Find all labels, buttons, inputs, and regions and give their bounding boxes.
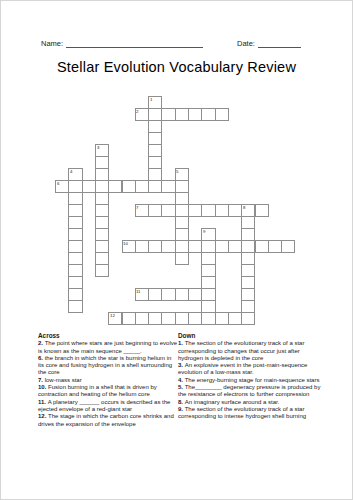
grid-cell[interactable] bbox=[188, 240, 202, 253]
clue-item: 11. A planetary ______ occurs is describ… bbox=[38, 399, 178, 414]
grid-cell[interactable] bbox=[161, 180, 175, 193]
grid-cell[interactable] bbox=[161, 204, 175, 217]
grid-cell[interactable] bbox=[161, 240, 175, 253]
clue-number: 5 bbox=[176, 169, 178, 173]
grid-cell[interactable] bbox=[201, 108, 215, 121]
clue-item: 2. The point where stars are just beginn… bbox=[38, 340, 178, 355]
grid-cell[interactable] bbox=[228, 204, 242, 217]
grid-cell[interactable] bbox=[148, 180, 162, 193]
clue-number: 11 bbox=[136, 289, 140, 293]
grid-cell[interactable] bbox=[148, 312, 162, 325]
date-field-line bbox=[258, 38, 301, 48]
grid-cell[interactable] bbox=[135, 180, 149, 193]
down-heading: Down bbox=[178, 332, 325, 339]
grid-cell[interactable] bbox=[161, 288, 175, 301]
grid-cell[interactable] bbox=[122, 312, 136, 325]
grid-cell[interactable] bbox=[148, 204, 162, 217]
clue-item: 1. The section of the evolutionary track… bbox=[178, 340, 325, 362]
clue-item: 5. The________ degeneracy pressure is pr… bbox=[178, 384, 325, 399]
grid-cell[interactable] bbox=[161, 108, 175, 121]
clue-number: 7 bbox=[136, 205, 138, 209]
page-title: Stellar Evolution Vocabulary Review bbox=[0, 59, 353, 75]
grid-cell[interactable]: 6 bbox=[55, 180, 69, 193]
grid-cell[interactable] bbox=[175, 312, 189, 325]
clue-item: 12. The stage in which the carbon core s… bbox=[38, 413, 178, 428]
grid-cell[interactable] bbox=[161, 312, 175, 325]
clue-number: 2 bbox=[136, 109, 138, 113]
clue-number: 12 bbox=[110, 313, 115, 317]
grid-cell[interactable]: 11 bbox=[135, 288, 149, 301]
name-label: Name: bbox=[41, 39, 63, 48]
across-heading: Across bbox=[38, 332, 178, 339]
grid-cell[interactable] bbox=[268, 240, 282, 253]
date-label: Date: bbox=[237, 39, 255, 48]
grid-cell[interactable] bbox=[188, 312, 202, 325]
grid-cell[interactable] bbox=[148, 288, 162, 301]
grid-cell[interactable] bbox=[82, 180, 96, 193]
down-clue-list: 1. The section of the evolutionary track… bbox=[178, 340, 325, 420]
grid-cell[interactable] bbox=[201, 312, 215, 325]
clue-number: 10 bbox=[123, 241, 128, 245]
grid-cell[interactable] bbox=[281, 240, 295, 253]
grid-cell[interactable] bbox=[188, 288, 202, 301]
grid-cell[interactable] bbox=[175, 288, 189, 301]
grid-cell[interactable] bbox=[228, 240, 242, 253]
clue-number: 8 bbox=[243, 205, 245, 209]
grid-cell[interactable] bbox=[188, 204, 202, 217]
grid-cell[interactable] bbox=[122, 180, 136, 193]
clue-item: 7. low-mass star bbox=[38, 377, 178, 384]
clue-item: 3. An explosive event in the post-main-s… bbox=[178, 362, 325, 377]
crossword-grid: 123456789101112 bbox=[55, 96, 296, 326]
grid-cell[interactable] bbox=[135, 240, 149, 253]
down-clues-section: Down 1. The section of the evolutionary … bbox=[178, 332, 325, 421]
grid-cell[interactable] bbox=[241, 312, 255, 325]
clue-item: 10. Fusion burning in a shell that is dr… bbox=[38, 384, 178, 399]
grid-cell[interactable] bbox=[108, 180, 122, 193]
clue-number: 3 bbox=[97, 145, 99, 149]
grid-cell[interactable] bbox=[215, 312, 229, 325]
across-clues-section: Across 2. The point where stars are just… bbox=[38, 332, 178, 428]
grid-cell[interactable] bbox=[68, 300, 82, 313]
across-clue-list: 2. The point where stars are just beginn… bbox=[38, 340, 178, 428]
clue-item: 9. The section of the evolutionary track… bbox=[178, 406, 325, 421]
clue-item: 4. The energy-burning stage for main-seq… bbox=[178, 377, 325, 384]
clue-number: 1 bbox=[150, 97, 152, 101]
grid-cell[interactable] bbox=[175, 108, 189, 121]
grid-cell[interactable] bbox=[135, 312, 149, 325]
grid-cell[interactable] bbox=[255, 240, 269, 253]
clue-number: 9 bbox=[203, 229, 205, 233]
grid-cell[interactable] bbox=[228, 312, 242, 325]
name-field-line bbox=[66, 38, 203, 48]
grid-cell[interactable] bbox=[188, 108, 202, 121]
grid-cell[interactable]: 7 bbox=[135, 204, 149, 217]
grid-cell[interactable] bbox=[215, 108, 229, 121]
grid-cell[interactable]: 10 bbox=[122, 240, 136, 253]
grid-cell[interactable] bbox=[201, 204, 215, 217]
worksheet-page: Name: Date: Stellar Evolution Vocabulary… bbox=[0, 0, 353, 500]
clue-item: 6. the branch in which the star is burni… bbox=[38, 355, 178, 377]
grid-cell[interactable] bbox=[215, 240, 229, 253]
grid-cell[interactable]: 12 bbox=[108, 312, 122, 325]
clue-item: 8. An imaginary surface around a star. bbox=[178, 399, 325, 406]
grid-cell[interactable] bbox=[255, 204, 269, 217]
grid-cell[interactable] bbox=[95, 264, 109, 277]
grid-cell[interactable] bbox=[148, 240, 162, 253]
grid-cell[interactable]: 2 bbox=[135, 108, 149, 121]
grid-cell[interactable] bbox=[215, 204, 229, 217]
clue-number: 4 bbox=[70, 169, 72, 173]
grid-cell[interactable] bbox=[175, 252, 189, 265]
clue-number: 6 bbox=[57, 181, 59, 185]
